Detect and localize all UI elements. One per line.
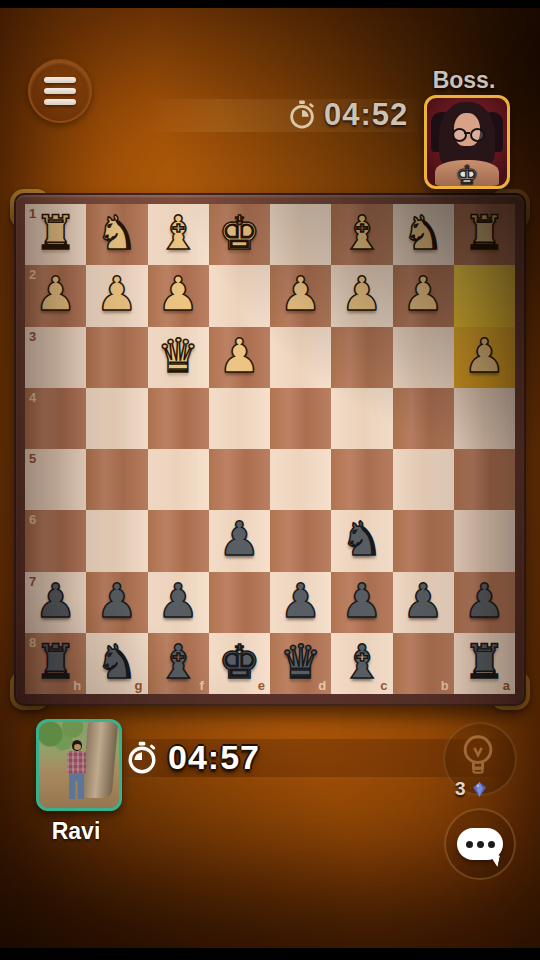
square-c3[interactable] (331, 327, 392, 388)
white-rook-h1[interactable]: ♜ (35, 209, 77, 256)
board-grid: 1♜♞♝♚♝♞♜2♟♟♟♟♟♟3♛♟♟456♟♞7♟♟♟♟♟♟♟8h♜g♞f♝e… (25, 204, 515, 694)
square-d4[interactable] (270, 388, 331, 449)
white-bishop-c1[interactable]: ♝ (341, 209, 383, 256)
square-d3[interactable] (270, 327, 331, 388)
square-a5[interactable] (454, 449, 515, 510)
player-time: 04:57 (168, 738, 260, 777)
square-b8[interactable]: b (393, 633, 454, 694)
menu-button[interactable] (28, 59, 92, 123)
square-g5[interactable] (86, 449, 147, 510)
white-pawn-e3[interactable]: ♟ (218, 332, 260, 379)
rank-label-4: 4 (29, 391, 36, 404)
stopwatch-icon (288, 100, 316, 130)
white-pawn-c2[interactable]: ♟ (341, 270, 383, 317)
square-e5[interactable] (209, 449, 270, 510)
glasses-icon (452, 128, 467, 142)
square-h7[interactable]: 7♟ (25, 572, 86, 633)
white-pawn-f2[interactable]: ♟ (157, 270, 199, 317)
black-knight-c6[interactable]: ♞ (341, 515, 383, 562)
opponent-avatar[interactable]: ♚ (424, 95, 510, 189)
square-g3[interactable] (86, 327, 147, 388)
white-pawn-a3[interactable]: ♟ (463, 332, 505, 379)
white-bishop-f1[interactable]: ♝ (157, 209, 199, 256)
square-c6[interactable]: ♞ (331, 510, 392, 571)
square-c1[interactable]: ♝ (331, 204, 392, 265)
square-e8[interactable]: e♚ (209, 633, 270, 694)
opponent-clock: 04:52 (288, 97, 408, 133)
square-h8[interactable]: 8h♜ (25, 633, 86, 694)
square-f5[interactable] (148, 449, 209, 510)
square-a3[interactable]: ♟ (454, 327, 515, 388)
square-g2[interactable]: ♟ (86, 265, 147, 326)
hamburger-icon (44, 77, 76, 83)
rank-label-5: 5 (29, 452, 36, 465)
square-g8[interactable]: g♞ (86, 633, 147, 694)
white-queen-f3[interactable]: ♛ (157, 332, 199, 379)
square-c7[interactable]: ♟ (331, 572, 392, 633)
square-a7[interactable]: ♟ (454, 572, 515, 633)
square-f1[interactable]: ♝ (148, 204, 209, 265)
square-e4[interactable] (209, 388, 270, 449)
black-pawn-g7[interactable]: ♟ (96, 577, 138, 624)
white-knight-b1[interactable]: ♞ (402, 209, 444, 256)
player-name: Ravi (36, 818, 116, 845)
square-d2[interactable]: ♟ (270, 265, 331, 326)
square-h2[interactable]: 2♟ (25, 265, 86, 326)
player-avatar-photo (39, 722, 119, 808)
rank-label-6: 6 (29, 513, 36, 526)
square-b3[interactable] (393, 327, 454, 388)
player-clock: 04:57 (126, 738, 260, 777)
square-e2[interactable] (209, 265, 270, 326)
stopwatch-icon (126, 741, 158, 775)
square-c2[interactable]: ♟ (331, 265, 392, 326)
black-pawn-f7[interactable]: ♟ (157, 577, 199, 624)
chess-board: 1♜♞♝♚♝♞♜2♟♟♟♟♟♟3♛♟♟456♟♞7♟♟♟♟♟♟♟8h♜g♞f♝e… (14, 193, 526, 706)
black-pawn-h7[interactable]: ♟ (35, 577, 77, 624)
square-f4[interactable] (148, 388, 209, 449)
black-pawn-b7[interactable]: ♟ (402, 577, 444, 624)
square-g1[interactable]: ♞ (86, 204, 147, 265)
square-g4[interactable] (86, 388, 147, 449)
square-h4[interactable]: 4 (25, 388, 86, 449)
square-b2[interactable]: ♟ (393, 265, 454, 326)
opponent-time: 04:52 (324, 97, 408, 133)
opponent-avatar-art: ♚ (427, 98, 507, 186)
square-h1[interactable]: 1♜ (25, 204, 86, 265)
white-pawn-b2[interactable]: ♟ (402, 270, 444, 317)
gem-icon (471, 781, 488, 798)
square-e3[interactable]: ♟ (209, 327, 270, 388)
square-a8[interactable]: a♜ (454, 633, 515, 694)
square-f6[interactable] (148, 510, 209, 571)
square-b6[interactable] (393, 510, 454, 571)
white-king-e1[interactable]: ♚ (218, 209, 260, 256)
white-king-figurine: ♚ (427, 160, 507, 189)
square-a6[interactable] (454, 510, 515, 571)
square-d7[interactable]: ♟ (270, 572, 331, 633)
square-f8[interactable]: f♝ (148, 633, 209, 694)
black-pawn-c7[interactable]: ♟ (341, 577, 383, 624)
white-knight-g1[interactable]: ♞ (96, 209, 138, 256)
white-pawn-h2[interactable]: ♟ (35, 270, 77, 317)
black-rook-h8[interactable]: ♜ (35, 638, 77, 685)
square-h5[interactable]: 5 (25, 449, 86, 510)
black-pawn-e6[interactable]: ♟ (218, 515, 260, 562)
file-label-b: b (441, 679, 449, 692)
lightbulb-icon (456, 733, 500, 781)
black-knight-g8[interactable]: ♞ (96, 638, 138, 685)
chat-button[interactable] (444, 808, 516, 880)
square-h3[interactable]: 3 (25, 327, 86, 388)
square-b5[interactable] (393, 449, 454, 510)
file-label-f: f (199, 679, 203, 692)
square-e1[interactable]: ♚ (209, 204, 270, 265)
square-e6[interactable]: ♟ (209, 510, 270, 571)
black-pawn-a7[interactable]: ♟ (463, 577, 505, 624)
opponent-name: Boss. (424, 67, 504, 94)
square-b1[interactable]: ♞ (393, 204, 454, 265)
square-a2[interactable] (454, 265, 515, 326)
square-g6[interactable] (86, 510, 147, 571)
rank-label-3: 3 (29, 330, 36, 343)
square-c5[interactable] (331, 449, 392, 510)
black-queen-d8[interactable]: ♛ (280, 638, 322, 685)
chat-bubble-icon (457, 828, 503, 860)
player-avatar[interactable] (36, 719, 122, 811)
square-b4[interactable] (393, 388, 454, 449)
square-e7[interactable] (209, 572, 270, 633)
square-d8[interactable]: d♛ (270, 633, 331, 694)
white-pawn-d2[interactable]: ♟ (280, 270, 322, 317)
black-pawn-d7[interactable]: ♟ (280, 577, 322, 624)
chess-app-screen: 04:52 Boss. ♚ 1♜♞♝♚♝♞♜2♟♟♟♟♟♟3♛♟♟456♟♞7♟… (0, 0, 540, 960)
white-pawn-g2[interactable]: ♟ (96, 270, 138, 317)
square-g7[interactable]: ♟ (86, 572, 147, 633)
square-h6[interactable]: 6 (25, 510, 86, 571)
square-a4[interactable] (454, 388, 515, 449)
square-c8[interactable]: c♝ (331, 633, 392, 694)
black-rook-a8[interactable]: ♜ (463, 638, 505, 685)
bottom-letterbox-bar (0, 948, 540, 960)
square-d6[interactable] (270, 510, 331, 571)
square-d1[interactable] (270, 204, 331, 265)
black-king-e8[interactable]: ♚ (218, 638, 260, 685)
top-letterbox-bar (0, 0, 540, 8)
black-bishop-f8[interactable]: ♝ (157, 638, 199, 685)
square-b7[interactable]: ♟ (393, 572, 454, 633)
square-f7[interactable]: ♟ (148, 572, 209, 633)
square-c4[interactable] (331, 388, 392, 449)
square-f3[interactable]: ♛ (148, 327, 209, 388)
square-d5[interactable] (270, 449, 331, 510)
hint-count: 3 (455, 778, 488, 800)
square-f2[interactable]: ♟ (148, 265, 209, 326)
black-bishop-c8[interactable]: ♝ (341, 638, 383, 685)
square-a1[interactable]: ♜ (454, 204, 515, 265)
white-rook-a1[interactable]: ♜ (463, 209, 505, 256)
